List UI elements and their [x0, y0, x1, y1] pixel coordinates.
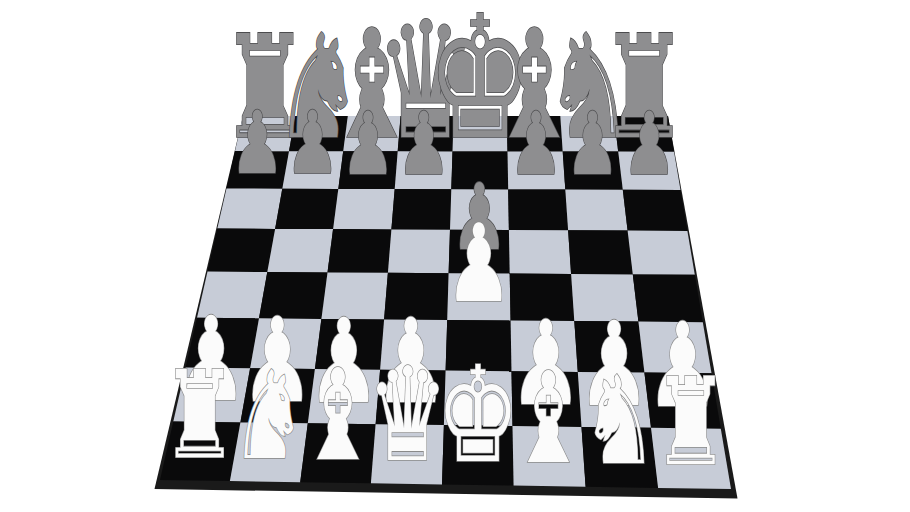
piece-black-pawn-d7: ♟ [397, 93, 452, 195]
chessboard-scene: ♜♞♝♛♚♝♞♜♟♟♟♟♟♟♟♟♟♟♟♟♟♟♟♟♜♞♝♛♚♝♞♜ [0, 0, 910, 512]
square-b5 [267, 229, 333, 273]
piece-white-rook-h1: ♜ [653, 351, 729, 492]
square-a6 [217, 189, 282, 229]
square-f6 [508, 189, 568, 230]
square-g6 [565, 190, 627, 231]
square-c6 [333, 189, 395, 230]
piece-white-rook-a1: ♜ [162, 344, 238, 485]
square-b6 [275, 189, 338, 229]
square-d6 [391, 189, 451, 230]
piece-white-knight-g1: ♞ [581, 349, 658, 492]
square-c5 [328, 229, 392, 273]
piece-black-pawn-h7: ♟ [622, 93, 677, 195]
square-d5 [388, 229, 450, 273]
square-g5 [568, 230, 633, 274]
piece-black-pawn-b7: ♟ [285, 92, 340, 194]
piece-white-knight-b1: ♞ [230, 344, 307, 487]
chessboard: ♜♞♝♛♚♝♞♜♟♟♟♟♟♟♟♟♟♟♟♟♟♟♟♟♜♞♝♛♚♝♞♜ [0, 0, 910, 512]
piece-white-bishop-c1: ♝ [298, 342, 377, 489]
square-h6 [623, 190, 688, 231]
piece-black-pawn-f7: ♟ [509, 93, 564, 195]
piece-black-pawn-c7: ♟ [341, 93, 396, 195]
piece-black-pawn-g7: ♟ [565, 93, 620, 195]
piece-white-bishop-f1: ♝ [509, 345, 588, 492]
piece-white-pawn-e4: ♟ [445, 200, 513, 326]
square-h5 [628, 231, 695, 275]
piece-white-king-e1: ♚ [436, 337, 519, 492]
square-a5 [208, 229, 276, 272]
piece-black-pawn-a7: ♟ [230, 92, 285, 194]
square-f5 [509, 230, 571, 274]
